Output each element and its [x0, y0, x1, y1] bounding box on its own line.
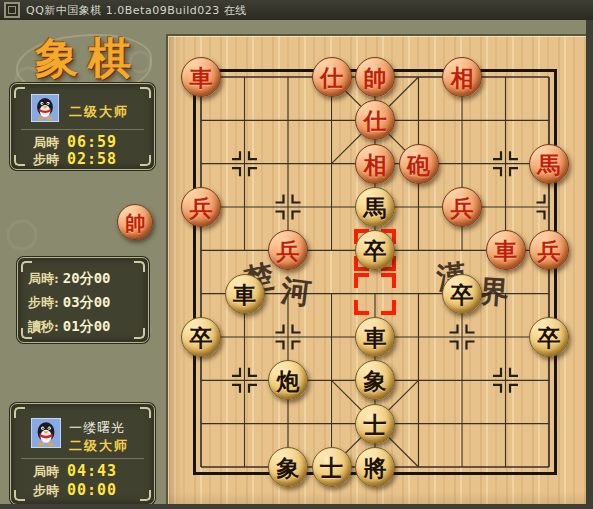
opponent-move-time-row: 步時 02:58	[33, 150, 117, 169]
piece-black-soldier[interactable]: 卒	[529, 317, 569, 357]
piece-red-advisor[interactable]: 仕	[312, 57, 352, 97]
corner-ornament	[140, 407, 151, 418]
piece-black-soldier[interactable]: 卒	[442, 274, 482, 314]
piece-black-advisor[interactable]: 士	[312, 447, 352, 487]
rule-value: 01分00	[63, 318, 111, 336]
qq-penguin-avatar	[31, 418, 61, 448]
game-time-value: 04:43	[67, 462, 117, 480]
piece-red-cannon[interactable]: 砲	[399, 144, 439, 184]
corner-ornament	[134, 261, 145, 272]
piece-black-general[interactable]: 將	[355, 447, 395, 487]
move-time-label: 步時	[33, 482, 59, 500]
divider	[21, 458, 144, 459]
rule-label: 讀秒:	[28, 318, 59, 336]
red-side-indicator-piece: 帥	[117, 204, 153, 240]
piece-black-elephant[interactable]: 象	[268, 447, 308, 487]
rule-game-time-row: 局時: 20分00	[28, 270, 111, 288]
corner-ornament	[14, 155, 25, 166]
piece-red-general[interactable]: 帥	[355, 57, 395, 97]
time-rules-panel: 局時: 20分00 步時: 03分00 讀秒: 01分00	[17, 257, 149, 343]
rule-move-time-row: 步時: 03分00	[28, 294, 111, 312]
window-title: QQ新中国象棋 1.0Beta09Build023 在线	[26, 3, 247, 18]
corner-ornament	[140, 87, 151, 98]
opponent-rank: 二级大师	[69, 103, 129, 121]
corner-ornament	[14, 407, 25, 418]
piece-black-chariot[interactable]: 車	[225, 274, 265, 314]
move-time-value: 02:58	[67, 150, 117, 168]
self-player-name: 一缕曙光	[69, 419, 125, 437]
corner-ornament	[140, 155, 151, 166]
divider	[21, 129, 144, 130]
piece-red-elephant[interactable]: 相	[442, 57, 482, 97]
piece-red-chariot[interactable]: 車	[181, 57, 221, 97]
game-logo: 象棋	[0, 32, 166, 84]
piece-red-chariot[interactable]: 車	[486, 230, 526, 270]
piece-black-chariot[interactable]: 車	[355, 317, 395, 357]
piece-red-soldier[interactable]: 兵	[181, 187, 221, 227]
piece-black-soldier[interactable]: 卒	[181, 317, 221, 357]
rule-byoyomi-row: 讀秒: 01分00	[28, 318, 111, 336]
self-player-rank: 二级大师	[69, 437, 129, 455]
rule-value: 20分00	[63, 270, 111, 288]
corner-ornament	[134, 328, 145, 339]
corner-ornament	[14, 87, 25, 98]
rule-label: 步時:	[28, 294, 59, 312]
self-move-time-row: 步時 00:00	[33, 481, 117, 500]
self-game-time-row: 局時 04:43	[33, 462, 117, 481]
opponent-panel: 二级大师 局時 06:59 步時 02:58	[10, 83, 155, 170]
rule-value: 03分00	[63, 294, 111, 312]
piece-black-horse[interactable]: 馬	[355, 187, 395, 227]
window-border-right	[586, 20, 593, 509]
rule-label: 局時:	[28, 270, 59, 288]
piece-red-elephant[interactable]: 相	[355, 144, 395, 184]
move-time-label: 步時	[33, 151, 59, 169]
app-window: QQ新中国象棋 1.0Beta09Build023 在线 象棋 二级大师	[0, 0, 593, 509]
title-bar: QQ新中国象棋 1.0Beta09Build023 在线	[0, 0, 593, 20]
window-border-bottom	[0, 504, 593, 509]
piece-red-soldier[interactable]: 兵	[442, 187, 482, 227]
qq-penguin-avatar	[31, 94, 59, 122]
game-time-value: 06:59	[67, 133, 117, 151]
corner-ornament	[14, 490, 25, 501]
game-time-label: 局時	[33, 463, 59, 481]
app-meander-icon[interactable]	[4, 2, 20, 18]
move-time-value: 00:00	[67, 481, 117, 499]
sidebar: 象棋 二级大师 局時 06:59	[0, 20, 166, 509]
corner-ornament	[140, 490, 151, 501]
piece-black-advisor[interactable]: 士	[355, 404, 395, 444]
self-player-panel: 一缕曙光 二级大师 局時 04:43 步時 00:00	[10, 403, 155, 505]
piece-red-horse[interactable]: 馬	[529, 144, 569, 184]
